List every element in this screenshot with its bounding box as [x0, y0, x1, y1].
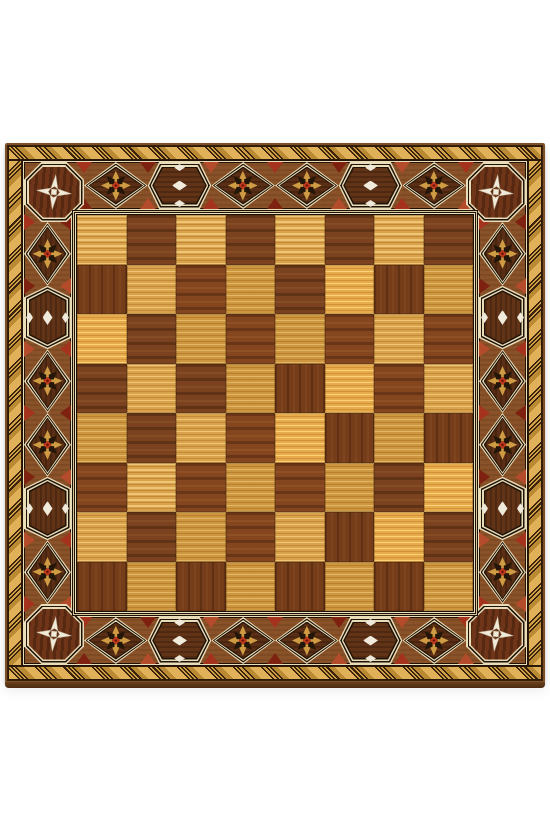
inlay-outline-layer	[485, 546, 520, 598]
rosette-diamond-motif	[402, 162, 466, 209]
inlay-outline-layer	[485, 419, 520, 471]
square-c5[interactable]	[176, 364, 226, 414]
red-inlay-triangle	[479, 469, 490, 485]
playing-field	[77, 215, 473, 611]
mother-of-pearl-lozenge-icon	[363, 636, 378, 646]
square-g4[interactable]	[374, 413, 424, 463]
square-d6[interactable]	[226, 314, 276, 364]
mother-of-pearl-lozenge-icon	[498, 501, 508, 516]
square-e4[interactable]	[275, 413, 325, 463]
square-g6[interactable]	[374, 314, 424, 364]
rosette-diamond-motif	[479, 222, 526, 286]
square-c8[interactable]	[176, 215, 226, 265]
square-f3[interactable]	[325, 463, 375, 513]
red-inlay-triangle	[331, 617, 347, 628]
square-g8[interactable]	[374, 215, 424, 265]
square-b5[interactable]	[127, 364, 177, 414]
red-inlay-triangle	[394, 198, 410, 209]
mother-of-pearl-lozenge-motif	[148, 162, 212, 209]
red-inlay-triangle	[140, 198, 156, 209]
rosette-star-icon	[485, 546, 520, 598]
square-e5[interactable]	[275, 364, 325, 414]
rosette-diamond-motif	[479, 349, 526, 413]
border-chain-left	[24, 222, 71, 604]
rope-border-bottom	[8, 666, 542, 680]
square-d3[interactable]	[226, 463, 276, 513]
square-b7[interactable]	[127, 265, 177, 315]
mother-of-pearl-lozenge-motif	[339, 162, 403, 209]
red-inlay-triangle	[515, 341, 526, 357]
square-h2[interactable]	[424, 512, 474, 562]
border-chain-bottom	[84, 617, 466, 664]
red-inlay-triangle	[24, 469, 35, 485]
red-inlay-triangle	[203, 162, 219, 173]
rosette-diamond-motif	[24, 222, 71, 286]
red-inlay-triangle	[515, 278, 526, 294]
inlay-outline-layer	[281, 623, 333, 658]
inlay-outline-layer	[30, 355, 65, 407]
rosette-star-icon	[30, 355, 65, 407]
mother-of-pearl-star-icon	[472, 610, 520, 658]
red-inlay-triangle	[203, 198, 219, 209]
rosette-diamond-motif	[211, 617, 275, 664]
square-h8[interactable]	[424, 215, 474, 265]
inlay-outline-layer	[30, 228, 65, 280]
square-e6[interactable]	[275, 314, 325, 364]
square-c4[interactable]	[176, 413, 226, 463]
mother-of-pearl-lozenge-icon	[43, 310, 53, 325]
square-h5[interactable]	[424, 364, 474, 414]
red-inlay-triangle	[394, 162, 410, 173]
chessboard	[5, 143, 545, 683]
square-e1[interactable]	[275, 562, 325, 612]
inlay-outline-layer	[217, 623, 269, 658]
square-c2[interactable]	[176, 512, 226, 562]
square-d5[interactable]	[226, 364, 276, 414]
red-inlay-triangle	[140, 162, 156, 173]
square-d1[interactable]	[226, 562, 276, 612]
red-inlay-triangle	[140, 617, 156, 628]
red-inlay-triangle	[203, 617, 219, 628]
rosette-diamond-motif	[211, 162, 275, 209]
square-c7[interactable]	[176, 265, 226, 315]
red-inlay-triangle	[140, 653, 156, 664]
square-a3[interactable]	[77, 463, 127, 513]
rope-border-left	[8, 160, 22, 666]
square-g7[interactable]	[374, 265, 424, 315]
corner-ornament-bottom-right	[466, 604, 526, 664]
square-c1[interactable]	[176, 562, 226, 612]
red-inlay-triangle	[60, 469, 71, 485]
inlay-outline-layer	[30, 483, 65, 535]
mother-of-pearl-star-icon	[30, 610, 78, 658]
inlay-outline-layer	[281, 168, 333, 203]
square-e2[interactable]	[275, 512, 325, 562]
rosette-diamond-motif	[84, 617, 148, 664]
mother-of-pearl-lozenge-motif	[24, 286, 71, 350]
square-g1[interactable]	[374, 562, 424, 612]
rosette-star-icon	[30, 546, 65, 598]
mother-of-pearl-lozenge-motif	[339, 617, 403, 664]
square-f4[interactable]	[325, 413, 375, 463]
rosette-star-icon	[90, 168, 142, 203]
square-f1[interactable]	[325, 562, 375, 612]
inlay-outline-layer	[485, 228, 520, 280]
rosette-diamond-motif	[402, 617, 466, 664]
red-inlay-triangle	[479, 278, 490, 294]
square-a1[interactable]	[77, 562, 127, 612]
red-inlay-triangle	[60, 278, 71, 294]
rosette-diamond-motif	[24, 349, 71, 413]
square-c3[interactable]	[176, 463, 226, 513]
red-inlay-triangle	[267, 617, 283, 628]
red-inlay-triangle	[394, 653, 410, 664]
rosette-star-icon	[281, 168, 333, 203]
square-g3[interactable]	[374, 463, 424, 513]
red-inlay-triangle	[24, 278, 35, 294]
inlay-outline-layer	[154, 168, 206, 203]
rosette-star-icon	[30, 228, 65, 280]
square-a5[interactable]	[77, 364, 127, 414]
rosette-diamond-motif	[84, 162, 148, 209]
inlay-outline-layer	[30, 419, 65, 471]
inlay-outline-layer	[408, 168, 460, 203]
red-inlay-triangle	[394, 617, 410, 628]
corner-ornament-top-left	[24, 162, 84, 222]
square-a6[interactable]	[77, 314, 127, 364]
square-h7[interactable]	[424, 265, 474, 315]
red-inlay-triangle	[267, 653, 283, 664]
border-chain-right	[479, 222, 526, 604]
inlay-outline-layer	[217, 168, 269, 203]
square-g5[interactable]	[374, 364, 424, 414]
mother-of-pearl-lozenge-icon	[363, 181, 378, 191]
mother-of-pearl-lozenge-motif	[479, 477, 526, 541]
red-inlay-triangle	[267, 198, 283, 209]
square-d4[interactable]	[226, 413, 276, 463]
square-e7[interactable]	[275, 265, 325, 315]
square-f2[interactable]	[325, 512, 375, 562]
red-inlay-triangle	[479, 532, 490, 548]
mother-of-pearl-lozenge-motif	[24, 477, 71, 541]
mother-of-pearl-lozenge-motif	[479, 286, 526, 350]
square-a7[interactable]	[77, 265, 127, 315]
square-f6[interactable]	[325, 314, 375, 364]
inlay-outline-layer	[30, 292, 65, 344]
mother-of-pearl-star-icon	[472, 168, 520, 216]
inlay-outline-layer	[485, 355, 520, 407]
red-inlay-triangle	[515, 469, 526, 485]
mother-of-pearl-lozenge-icon	[172, 636, 187, 646]
square-b4[interactable]	[127, 413, 177, 463]
rosette-star-icon	[30, 419, 65, 471]
square-a4[interactable]	[77, 413, 127, 463]
inlay-outline-layer	[90, 168, 142, 203]
inlay-outline-layer	[90, 623, 142, 658]
square-h6[interactable]	[424, 314, 474, 364]
red-inlay-triangle	[24, 532, 35, 548]
red-inlay-triangle	[331, 162, 347, 173]
red-inlay-triangle	[203, 653, 219, 664]
rope-border-right	[528, 160, 542, 666]
red-inlay-triangle	[24, 405, 35, 421]
red-inlay-triangle	[267, 162, 283, 173]
rosette-star-icon	[408, 623, 460, 658]
red-inlay-triangle	[515, 532, 526, 548]
square-g2[interactable]	[374, 512, 424, 562]
rosette-diamond-motif	[275, 162, 339, 209]
square-b8[interactable]	[127, 215, 177, 265]
mother-of-pearl-lozenge-motif	[148, 617, 212, 664]
square-e3[interactable]	[275, 463, 325, 513]
inlay-outline-layer	[485, 483, 520, 535]
square-b3[interactable]	[127, 463, 177, 513]
red-inlay-triangle	[24, 341, 35, 357]
red-inlay-triangle	[60, 532, 71, 548]
square-c6[interactable]	[176, 314, 226, 364]
red-inlay-triangle	[331, 198, 347, 209]
square-h4[interactable]	[424, 413, 474, 463]
rosette-star-icon	[90, 623, 142, 658]
square-h1[interactable]	[424, 562, 474, 612]
square-b6[interactable]	[127, 314, 177, 364]
mother-of-pearl-lozenge-icon	[43, 501, 53, 516]
square-f7[interactable]	[325, 265, 375, 315]
rosette-star-icon	[485, 355, 520, 407]
square-a8[interactable]	[77, 215, 127, 265]
inlay-outline-layer	[345, 623, 397, 658]
square-f5[interactable]	[325, 364, 375, 414]
rosette-diamond-motif	[24, 540, 71, 604]
inlay-outline-layer	[485, 292, 520, 344]
red-inlay-triangle	[515, 405, 526, 421]
square-d2[interactable]	[226, 512, 276, 562]
mother-of-pearl-lozenge-icon	[172, 181, 187, 191]
rosette-diamond-motif	[479, 540, 526, 604]
corner-ornament-bottom-left	[24, 604, 84, 664]
red-inlay-triangle	[479, 405, 490, 421]
inlay-outline-layer	[154, 623, 206, 658]
mother-of-pearl-star-icon	[30, 168, 78, 216]
photo-canvas	[0, 0, 550, 825]
square-d7[interactable]	[226, 265, 276, 315]
red-inlay-triangle	[331, 653, 347, 664]
square-d8[interactable]	[226, 215, 276, 265]
rosette-diamond-motif	[275, 617, 339, 664]
square-e8[interactable]	[275, 215, 325, 265]
rosette-diamond-motif	[479, 413, 526, 477]
square-f8[interactable]	[325, 215, 375, 265]
red-inlay-triangle	[479, 341, 490, 357]
square-h3[interactable]	[424, 463, 474, 513]
inlay-outline-layer	[30, 546, 65, 598]
rosette-star-icon	[485, 419, 520, 471]
rosette-star-icon	[485, 228, 520, 280]
rope-border-top	[8, 146, 542, 160]
rosette-star-icon	[281, 623, 333, 658]
rosette-star-icon	[408, 168, 460, 203]
inlay-outline-layer	[345, 168, 397, 203]
rosette-star-icon	[217, 623, 269, 658]
border-chain-top	[84, 162, 466, 209]
inlay-outline-layer	[408, 623, 460, 658]
rosette-star-icon	[217, 168, 269, 203]
red-inlay-triangle	[60, 341, 71, 357]
rosette-diamond-motif	[24, 413, 71, 477]
corner-ornament-top-right	[466, 162, 526, 222]
mother-of-pearl-lozenge-icon	[498, 310, 508, 325]
red-inlay-triangle	[60, 405, 71, 421]
square-a2[interactable]	[77, 512, 127, 562]
square-b2[interactable]	[127, 512, 177, 562]
square-b1[interactable]	[127, 562, 177, 612]
